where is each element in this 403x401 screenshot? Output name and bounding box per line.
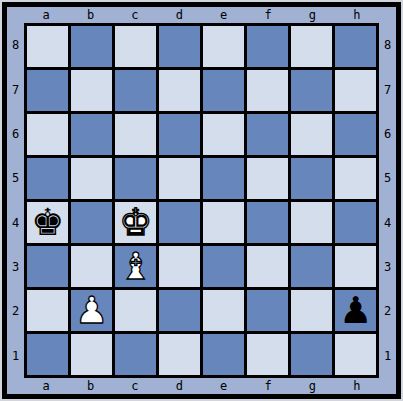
rank-label-left-6: 6 [7, 112, 24, 156]
square-e3[interactable] [203, 246, 244, 287]
white-king: ♚ [119, 202, 152, 243]
square-d8[interactable] [159, 26, 200, 67]
square-b8[interactable] [71, 26, 112, 67]
square-h7[interactable] [335, 70, 376, 111]
file-label-bottom-c: c [113, 378, 157, 394]
square-a5[interactable] [27, 158, 68, 199]
square-g5[interactable] [291, 158, 332, 199]
file-label-bottom-b: b [68, 378, 112, 394]
square-h3[interactable] [335, 246, 376, 287]
square-e7[interactable] [203, 70, 244, 111]
square-g1[interactable] [291, 334, 332, 375]
file-label-top-d: d [157, 7, 201, 23]
square-g3[interactable] [291, 246, 332, 287]
square-c3[interactable]: ♝ [115, 246, 156, 287]
square-b5[interactable] [71, 158, 112, 199]
square-f6[interactable] [247, 114, 288, 155]
file-labels-bottom: abcdefgh [24, 378, 379, 394]
square-b1[interactable] [71, 334, 112, 375]
square-h8[interactable] [335, 26, 376, 67]
square-d7[interactable] [159, 70, 200, 111]
white-bishop: ♝ [119, 246, 152, 287]
square-d6[interactable] [159, 114, 200, 155]
file-label-bottom-g: g [290, 378, 334, 394]
square-f8[interactable] [247, 26, 288, 67]
rank-labels-right: 87654321 [379, 23, 396, 378]
square-h5[interactable] [335, 158, 376, 199]
square-b7[interactable] [71, 70, 112, 111]
square-a4[interactable]: ♚ [27, 202, 68, 243]
square-g2[interactable] [291, 290, 332, 331]
square-d4[interactable] [159, 202, 200, 243]
rank-label-right-1: 1 [379, 334, 396, 378]
rank-label-right-3: 3 [379, 245, 396, 289]
square-h2[interactable]: ♟ [335, 290, 376, 331]
square-c1[interactable] [115, 334, 156, 375]
white-pawn: ♟ [75, 290, 108, 331]
file-label-top-e: e [202, 7, 246, 23]
rank-label-left-4: 4 [7, 201, 24, 245]
square-b4[interactable] [71, 202, 112, 243]
black-pawn: ♟ [339, 290, 372, 331]
square-e2[interactable] [203, 290, 244, 331]
square-b2[interactable]: ♟ [71, 290, 112, 331]
chess-diagram: abcdefgh abcdefgh 87654321 87654321 ♚♚♝♟… [0, 0, 403, 401]
square-a7[interactable] [27, 70, 68, 111]
black-king: ♚ [31, 202, 64, 243]
file-label-bottom-a: a [24, 378, 68, 394]
square-f3[interactable] [247, 246, 288, 287]
square-b6[interactable] [71, 114, 112, 155]
rank-label-left-2: 2 [7, 289, 24, 333]
square-g6[interactable] [291, 114, 332, 155]
square-e6[interactable] [203, 114, 244, 155]
square-c6[interactable] [115, 114, 156, 155]
square-f7[interactable] [247, 70, 288, 111]
rank-label-right-6: 6 [379, 112, 396, 156]
square-e8[interactable] [203, 26, 244, 67]
square-d5[interactable] [159, 158, 200, 199]
rank-label-right-8: 8 [379, 23, 396, 67]
chess-board: ♚♚♝♟♟ [24, 23, 379, 378]
file-labels-top: abcdefgh [24, 7, 379, 23]
rank-label-left-7: 7 [7, 67, 24, 111]
file-label-bottom-f: f [246, 378, 290, 394]
square-h4[interactable] [335, 202, 376, 243]
rank-label-right-5: 5 [379, 156, 396, 200]
square-d3[interactable] [159, 246, 200, 287]
square-a8[interactable] [27, 26, 68, 67]
square-d2[interactable] [159, 290, 200, 331]
rank-label-left-8: 8 [7, 23, 24, 67]
board-coordinate-border: abcdefgh abcdefgh 87654321 87654321 ♚♚♝♟… [7, 7, 396, 394]
square-c5[interactable] [115, 158, 156, 199]
square-a1[interactable] [27, 334, 68, 375]
rank-label-right-7: 7 [379, 67, 396, 111]
square-f4[interactable] [247, 202, 288, 243]
rank-label-left-5: 5 [7, 156, 24, 200]
square-f5[interactable] [247, 158, 288, 199]
square-c8[interactable] [115, 26, 156, 67]
rank-label-right-4: 4 [379, 201, 396, 245]
file-label-top-f: f [246, 7, 290, 23]
file-label-top-a: a [24, 7, 68, 23]
rank-labels-left: 87654321 [7, 23, 24, 378]
square-g7[interactable] [291, 70, 332, 111]
square-h6[interactable] [335, 114, 376, 155]
square-e1[interactable] [203, 334, 244, 375]
square-g4[interactable] [291, 202, 332, 243]
rank-label-left-3: 3 [7, 245, 24, 289]
square-c7[interactable] [115, 70, 156, 111]
square-b3[interactable] [71, 246, 112, 287]
file-label-top-c: c [113, 7, 157, 23]
square-a2[interactable] [27, 290, 68, 331]
file-label-top-h: h [335, 7, 379, 23]
square-a6[interactable] [27, 114, 68, 155]
square-c2[interactable] [115, 290, 156, 331]
square-f1[interactable] [247, 334, 288, 375]
square-e4[interactable] [203, 202, 244, 243]
rank-label-left-1: 1 [7, 334, 24, 378]
file-label-top-b: b [68, 7, 112, 23]
square-a3[interactable] [27, 246, 68, 287]
square-h1[interactable] [335, 334, 376, 375]
file-label-bottom-e: e [202, 378, 246, 394]
file-label-bottom-d: d [157, 378, 201, 394]
board-outer-frame: abcdefgh abcdefgh 87654321 87654321 ♚♚♝♟… [2, 2, 401, 399]
file-label-top-g: g [290, 7, 334, 23]
square-d1[interactable] [159, 334, 200, 375]
square-f2[interactable] [247, 290, 288, 331]
square-c4[interactable]: ♚ [115, 202, 156, 243]
square-e5[interactable] [203, 158, 244, 199]
square-g8[interactable] [291, 26, 332, 67]
rank-label-right-2: 2 [379, 289, 396, 333]
file-label-bottom-h: h [335, 378, 379, 394]
